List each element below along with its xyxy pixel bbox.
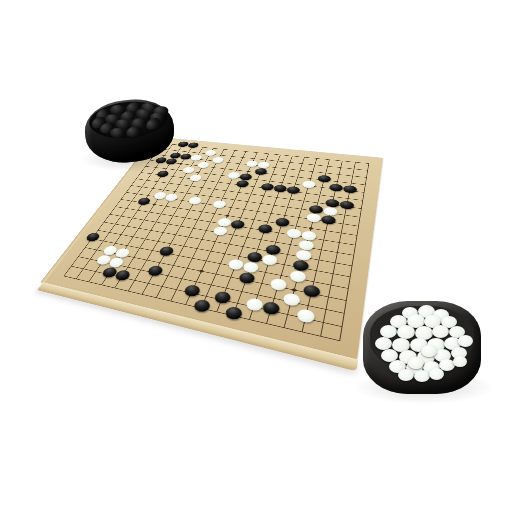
bowl-white-stone — [458, 335, 473, 347]
go-board[interactable] — [44, 137, 383, 360]
white-stone-bowl[interactable] — [363, 301, 481, 394]
bowl-white-stone — [397, 325, 415, 339]
photo-canvas — [0, 0, 510, 510]
bowl-white-stone — [408, 357, 424, 369]
bowl-white-stone — [421, 345, 437, 357]
bowl-white-stone — [453, 356, 467, 367]
star-point — [291, 288, 296, 292]
black-stone-bowl[interactable] — [82, 96, 176, 166]
star-point — [308, 227, 312, 230]
bowl-white-stone — [398, 369, 414, 381]
bowl-white-stone — [432, 325, 449, 338]
bowl-white-stone — [429, 368, 444, 380]
bowl-white-stone — [414, 370, 430, 382]
